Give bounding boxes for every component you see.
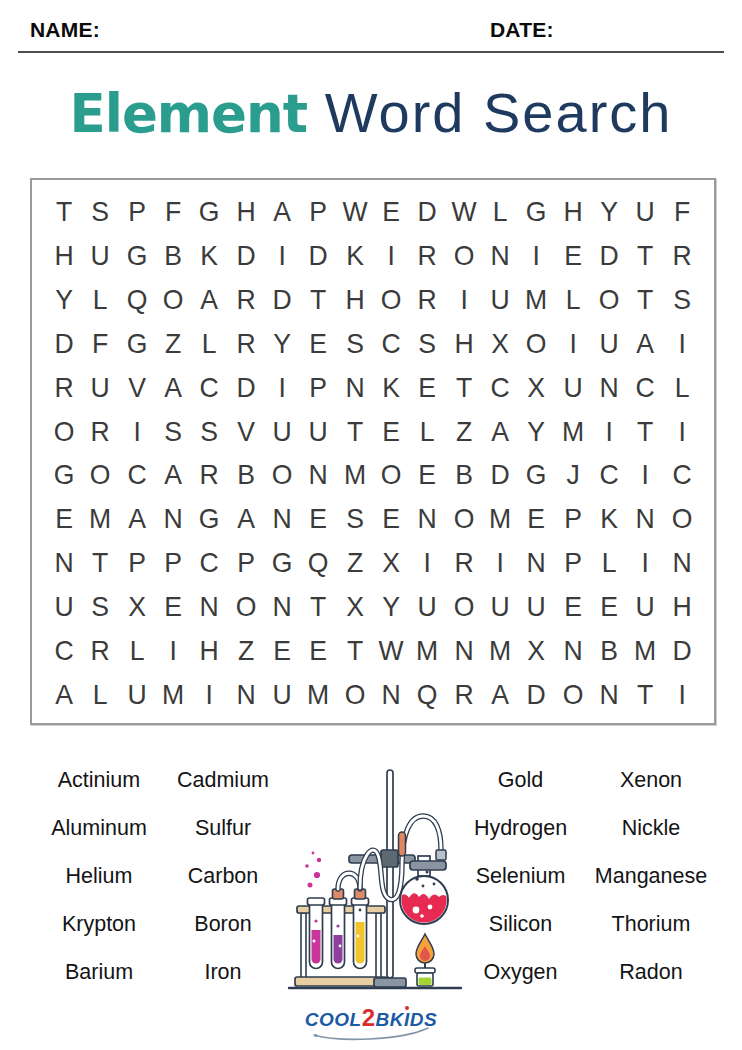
grid-cell[interactable]: N [447, 629, 482, 673]
grid-cell[interactable]: U [628, 190, 663, 234]
grid-cell[interactable]: M [410, 629, 445, 673]
grid-cell[interactable]: N [628, 497, 663, 541]
grid-cell[interactable]: O [447, 497, 482, 541]
grid-cell[interactable]: I [483, 541, 518, 585]
grid-cell[interactable]: D [229, 234, 264, 278]
grid-cell[interactable]: L [556, 278, 591, 322]
grid-cell[interactable]: R [410, 234, 445, 278]
grid-cell[interactable]: R [447, 673, 482, 717]
grid-cell[interactable]: N [483, 234, 518, 278]
grid-cell[interactable]: T [338, 410, 373, 454]
grid-cell[interactable]: X [519, 366, 554, 410]
grid-cell[interactable]: E [156, 585, 191, 629]
grid-cell[interactable]: K [338, 234, 373, 278]
grid-cell[interactable]: C [192, 541, 227, 585]
grid-cell[interactable]: H [556, 190, 591, 234]
grid-cell[interactable]: E [374, 497, 409, 541]
grid-cell[interactable]: E [410, 454, 445, 498]
grid-cell[interactable]: N [47, 541, 82, 585]
grid-cell[interactable]: G [47, 454, 82, 498]
grid-cell[interactable]: O [665, 497, 700, 541]
word-list-item: Carbon [158, 852, 288, 900]
word-list-item: Barium [25, 948, 173, 996]
grid-cell[interactable]: W [374, 629, 409, 673]
grid-cell[interactable]: F [83, 322, 118, 366]
grid-cell[interactable]: T [47, 190, 82, 234]
grid-cell[interactable]: I [192, 673, 227, 717]
grid-cell[interactable]: L [665, 366, 700, 410]
grid-cell[interactable]: Q [120, 278, 155, 322]
grid-cell[interactable]: O [83, 454, 118, 498]
grid-cell[interactable]: E [556, 234, 591, 278]
grid-cell[interactable]: S [192, 410, 227, 454]
grid-cell[interactable]: L [120, 629, 155, 673]
grid-cell[interactable]: Y [265, 322, 300, 366]
grid-cell[interactable]: U [301, 410, 336, 454]
grid-cell[interactable]: N [192, 585, 227, 629]
grid-cell[interactable]: A [47, 673, 82, 717]
grid-cell[interactable]: N [301, 454, 336, 498]
grid-cell[interactable]: H [338, 278, 373, 322]
grid-cell[interactable]: B [156, 234, 191, 278]
grid-cell[interactable]: W [338, 190, 373, 234]
grid-cell[interactable]: C [665, 454, 700, 498]
grid-cell[interactable]: U [120, 673, 155, 717]
grid-cell[interactable]: C [592, 454, 627, 498]
grid-cell[interactable]: I [592, 410, 627, 454]
grid-cell[interactable]: G [265, 541, 300, 585]
grid-cell[interactable]: P [556, 497, 591, 541]
grid-cell[interactable]: U [628, 585, 663, 629]
grid-cell[interactable]: H [47, 234, 82, 278]
grid-cell[interactable]: O [447, 234, 482, 278]
grid-cell[interactable]: C [120, 454, 155, 498]
grid-cell[interactable]: P [301, 190, 336, 234]
grid-cell[interactable]: A [483, 410, 518, 454]
grid-cell[interactable]: I [628, 541, 663, 585]
grid-cell[interactable]: G [519, 190, 554, 234]
grid-cell[interactable]: A [156, 366, 191, 410]
word-list-item: Boron [158, 900, 288, 948]
grid-cell[interactable]: G [192, 190, 227, 234]
logo-swoosh-icon [308, 1026, 434, 1042]
word-list-item: Krypton [25, 900, 173, 948]
chemistry-illustration [283, 758, 465, 1000]
grid-cell[interactable]: T [338, 629, 373, 673]
grid-cell[interactable]: N [229, 673, 264, 717]
grid-cell[interactable]: M [556, 410, 591, 454]
grid-cell[interactable]: N [374, 673, 409, 717]
grid-cell[interactable]: A [192, 278, 227, 322]
grid-cell[interactable]: K [374, 366, 409, 410]
grid-cell[interactable]: D [519, 673, 554, 717]
grid-cell[interactable]: R [229, 278, 264, 322]
grid-cell[interactable]: R [192, 454, 227, 498]
grid-cell[interactable]: E [592, 585, 627, 629]
grid-cell[interactable]: T [83, 541, 118, 585]
word-list-column-1: ActiniumAluminumHeliumKryptonBarium [25, 756, 173, 996]
grid-cell[interactable]: S [83, 585, 118, 629]
name-label: NAME: [30, 18, 100, 42]
grid-cell[interactable]: V [229, 410, 264, 454]
word-search-board: TSPFGHAPWEDWLGHYUFHUGBKDIDKIRONIEDTRYLQO… [30, 178, 716, 725]
grid-cell[interactable]: E [374, 410, 409, 454]
grid-cell[interactable]: G [120, 234, 155, 278]
grid-cell[interactable]: L [83, 278, 118, 322]
grid-cell[interactable]: I [556, 322, 591, 366]
grid-cell[interactable]: V [120, 366, 155, 410]
word-list-item: Xenon [580, 756, 722, 804]
grid-cell[interactable]: I [410, 541, 445, 585]
grid-cell[interactable]: M [483, 629, 518, 673]
grid-cell[interactable]: C [192, 366, 227, 410]
grid-cell[interactable]: M [338, 454, 373, 498]
grid-cell[interactable]: P [301, 366, 336, 410]
grid-cell[interactable]: Q [410, 673, 445, 717]
grid-cell[interactable]: O [47, 410, 82, 454]
word-grid: TSPFGHAPWEDWLGHYUFHUGBKDIDKIRONIEDTRYLQO… [32, 180, 714, 723]
grid-cell[interactable]: G [120, 322, 155, 366]
grid-cell[interactable]: M [519, 278, 554, 322]
grid-cell[interactable]: O [156, 278, 191, 322]
grid-cell[interactable]: D [47, 322, 82, 366]
grid-cell[interactable]: F [665, 190, 700, 234]
title-accent: Element [70, 83, 308, 144]
grid-cell[interactable]: S [338, 497, 373, 541]
grid-cell[interactable]: I [519, 234, 554, 278]
grid-cell[interactable]: E [519, 497, 554, 541]
grid-cell[interactable]: X [374, 541, 409, 585]
title-rest: Word Search [307, 81, 672, 144]
grid-cell[interactable]: I [665, 410, 700, 454]
grid-cell[interactable]: N [665, 541, 700, 585]
worksheet-page: NAME: DATE: Element Word Search TSPFGHAP… [0, 0, 742, 1050]
grid-cell[interactable]: S [83, 190, 118, 234]
grid-cell[interactable]: D [483, 454, 518, 498]
grid-cell[interactable]: M [483, 497, 518, 541]
grid-cell[interactable]: U [83, 234, 118, 278]
grid-cell[interactable]: U [556, 366, 591, 410]
grid-cell[interactable]: E [47, 497, 82, 541]
grid-cell[interactable]: A [265, 190, 300, 234]
grid-cell[interactable]: C [47, 629, 82, 673]
grid-cell[interactable]: O [374, 454, 409, 498]
grid-cell[interactable]: D [301, 234, 336, 278]
grid-cell[interactable]: R [665, 234, 700, 278]
word-list-item: Sulfur [158, 804, 288, 852]
word-list-item: Silicon [448, 900, 593, 948]
grid-cell[interactable]: K [592, 497, 627, 541]
grid-cell[interactable]: Y [519, 410, 554, 454]
grid-cell[interactable]: B [447, 454, 482, 498]
grid-cell[interactable]: M [83, 497, 118, 541]
word-list-item: Radon [580, 948, 722, 996]
grid-cell[interactable]: I [447, 278, 482, 322]
grid-cell[interactable]: E [374, 190, 409, 234]
grid-cell[interactable]: R [83, 629, 118, 673]
grid-cell[interactable]: S [338, 322, 373, 366]
grid-cell[interactable]: X [519, 629, 554, 673]
grid-cell[interactable]: X [120, 585, 155, 629]
burner-icon [415, 934, 435, 986]
grid-cell[interactable]: P [120, 190, 155, 234]
grid-cell[interactable]: I [628, 454, 663, 498]
grid-cell[interactable]: C [374, 322, 409, 366]
word-list-item: Thorium [580, 900, 722, 948]
grid-cell[interactable]: Z [156, 322, 191, 366]
grid-cell[interactable]: U [265, 410, 300, 454]
grid-cell[interactable]: H [229, 190, 264, 234]
word-list-column-3: GoldHydrogenSeleniumSiliconOxygen [448, 756, 593, 996]
grid-cell[interactable]: I [156, 629, 191, 673]
grid-cell[interactable]: J [556, 454, 591, 498]
grid-cell[interactable]: E [556, 585, 591, 629]
grid-cell[interactable]: G [519, 454, 554, 498]
grid-cell[interactable]: P [120, 541, 155, 585]
grid-cell[interactable]: T [628, 278, 663, 322]
grid-cell[interactable]: T [301, 278, 336, 322]
grid-cell[interactable]: A [156, 454, 191, 498]
grid-cell[interactable]: I [665, 322, 700, 366]
grid-cell[interactable]: E [301, 322, 336, 366]
grid-cell[interactable]: E [301, 497, 336, 541]
date-label: DATE: [490, 18, 554, 42]
grid-cell[interactable]: U [592, 322, 627, 366]
word-list-item: Helium [25, 852, 173, 900]
grid-cell[interactable]: P [229, 541, 264, 585]
word-list-item: Gold [448, 756, 593, 804]
grid-cell[interactable]: L [192, 322, 227, 366]
grid-cell[interactable]: Z [447, 410, 482, 454]
word-list-column-4: XenonNickleManganeseThoriumRadon [580, 756, 722, 996]
grid-cell[interactable]: D [229, 366, 264, 410]
grid-cell[interactable]: R [447, 541, 482, 585]
grid-cell[interactable]: H [665, 585, 700, 629]
word-list-item: Oxygen [448, 948, 593, 996]
grid-cell[interactable]: U [519, 585, 554, 629]
grid-cell[interactable]: E [410, 366, 445, 410]
grid-cell[interactable]: T [301, 585, 336, 629]
grid-cell[interactable]: A [483, 673, 518, 717]
grid-cell[interactable]: B [229, 454, 264, 498]
word-list-item: Aluminum [25, 804, 173, 852]
grid-cell[interactable]: N [592, 366, 627, 410]
grid-cell[interactable]: S [410, 322, 445, 366]
grid-cell[interactable]: N [592, 673, 627, 717]
grid-cell[interactable]: R [229, 322, 264, 366]
grid-cell[interactable]: O [556, 673, 591, 717]
grid-cell[interactable]: Q [301, 541, 336, 585]
grid-cell[interactable]: Z [229, 629, 264, 673]
grid-cell[interactable]: N [265, 585, 300, 629]
grid-cell[interactable]: W [447, 190, 482, 234]
grid-cell[interactable]: A [628, 322, 663, 366]
grid-cell[interactable]: A [120, 497, 155, 541]
grid-cell[interactable]: H [447, 322, 482, 366]
grid-cell[interactable]: D [665, 629, 700, 673]
grid-cell[interactable]: N [519, 541, 554, 585]
word-list-item: Iron [158, 948, 288, 996]
grid-cell[interactable]: N [265, 497, 300, 541]
grid-cell[interactable]: U [47, 585, 82, 629]
grid-cell[interactable]: I [374, 234, 409, 278]
grid-cell[interactable]: B [592, 629, 627, 673]
grid-cell[interactable]: L [592, 541, 627, 585]
grid-cell[interactable]: E [301, 629, 336, 673]
grid-cell[interactable]: Z [338, 541, 373, 585]
chemistry-lab-icon [283, 758, 465, 1000]
grid-cell[interactable]: I [265, 366, 300, 410]
grid-cell[interactable]: U [265, 673, 300, 717]
grid-cell[interactable]: C [628, 366, 663, 410]
grid-cell[interactable]: T [447, 366, 482, 410]
grid-cell[interactable]: O [374, 278, 409, 322]
word-list-item: Manganese [580, 852, 722, 900]
word-list-item: Nickle [580, 804, 722, 852]
word-list-column-2: CadmiumSulfurCarbonBoronIron [158, 756, 288, 996]
grid-cell[interactable]: D [265, 278, 300, 322]
grid-cell[interactable]: S [156, 410, 191, 454]
grid-cell[interactable]: T [628, 410, 663, 454]
grid-cell[interactable]: E [265, 629, 300, 673]
grid-cell[interactable]: T [628, 234, 663, 278]
grid-cell[interactable]: L [83, 673, 118, 717]
grid-cell[interactable]: O [229, 585, 264, 629]
grid-cell[interactable]: K [192, 234, 227, 278]
word-list-item: Actinium [25, 756, 173, 804]
word-list-item: Selenium [448, 852, 593, 900]
header-rule [18, 51, 724, 53]
grid-cell[interactable]: U [410, 585, 445, 629]
grid-cell[interactable]: D [410, 190, 445, 234]
grid-cell[interactable]: U [483, 585, 518, 629]
word-list-item: Cadmium [158, 756, 288, 804]
grid-cell[interactable]: O [338, 673, 373, 717]
grid-cell[interactable]: Y [374, 585, 409, 629]
grid-cell[interactable]: N [556, 629, 591, 673]
grid-cell[interactable]: L [483, 190, 518, 234]
grid-cell[interactable]: O [447, 585, 482, 629]
grid-cell[interactable]: R [83, 410, 118, 454]
grid-cell[interactable]: M [301, 673, 336, 717]
grid-cell[interactable]: I [120, 410, 155, 454]
grid-cell[interactable]: X [338, 585, 373, 629]
grid-cell[interactable]: U [83, 366, 118, 410]
grid-cell[interactable]: O [265, 454, 300, 498]
grid-cell[interactable]: M [628, 629, 663, 673]
grid-cell[interactable]: D [592, 234, 627, 278]
grid-cell[interactable]: I [265, 234, 300, 278]
grid-cell[interactable]: N [338, 366, 373, 410]
grid-cell[interactable]: R [410, 278, 445, 322]
grid-cell[interactable]: A [229, 497, 264, 541]
page-title: Element Word Search [0, 80, 742, 145]
grid-cell[interactable]: I [665, 673, 700, 717]
grid-cell[interactable]: U [483, 278, 518, 322]
grid-cell[interactable]: X [483, 322, 518, 366]
grid-cell[interactable]: N [410, 497, 445, 541]
grid-cell[interactable]: N [156, 497, 191, 541]
grid-cell[interactable]: F [156, 190, 191, 234]
grid-cell[interactable]: T [628, 673, 663, 717]
grid-cell[interactable]: C [483, 366, 518, 410]
grid-cell[interactable]: G [192, 497, 227, 541]
grid-cell[interactable]: R [47, 366, 82, 410]
grid-cell[interactable]: M [156, 673, 191, 717]
grid-cell[interactable]: Y [592, 190, 627, 234]
grid-cell[interactable]: O [519, 322, 554, 366]
grid-cell[interactable]: O [592, 278, 627, 322]
grid-cell[interactable]: H [192, 629, 227, 673]
grid-cell[interactable]: P [156, 541, 191, 585]
grid-cell[interactable]: S [665, 278, 700, 322]
grid-cell[interactable]: L [410, 410, 445, 454]
grid-cell[interactable]: Y [47, 278, 82, 322]
grid-cell[interactable]: P [556, 541, 591, 585]
word-list-item: Hydrogen [448, 804, 593, 852]
test-tubes-icon [295, 852, 387, 986]
